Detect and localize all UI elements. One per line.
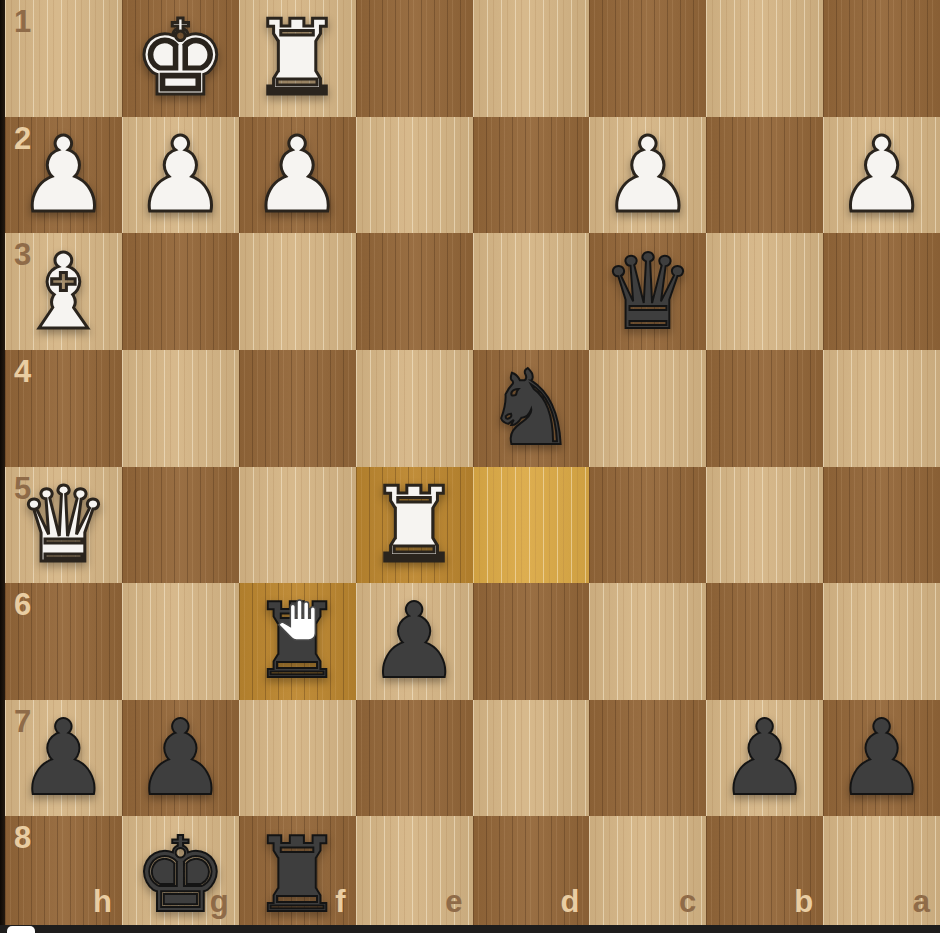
black-pawn[interactable]: ♟ <box>122 700 239 817</box>
square-h8[interactable]: 8h <box>5 816 122 933</box>
square-e1[interactable] <box>356 0 473 117</box>
square-d4[interactable]: ♞ <box>473 350 590 467</box>
file-label-c: c <box>679 884 696 920</box>
file-label-a: a <box>913 884 930 920</box>
square-h1[interactable]: 1 <box>5 0 122 117</box>
rank-label-6: 6 <box>14 587 31 623</box>
white-king[interactable]: ♚ <box>122 0 239 117</box>
square-c6[interactable] <box>589 583 706 700</box>
black-pawn[interactable]: ♟ <box>823 700 940 817</box>
square-a3[interactable] <box>823 233 940 350</box>
square-e7[interactable] <box>356 700 473 817</box>
square-a2[interactable]: ♟ <box>823 117 940 234</box>
square-d1[interactable] <box>473 0 590 117</box>
square-g3[interactable] <box>122 233 239 350</box>
square-d6[interactable] <box>473 583 590 700</box>
square-g1[interactable]: ♚ <box>122 0 239 117</box>
square-e8[interactable]: e <box>356 816 473 933</box>
square-h3[interactable]: 3♝ <box>5 233 122 350</box>
chess-board: 1♚♜2♟♟♟♟♟3♝♛4♞5♛♜6♜ ♟7♟♟♟♟8hg♚f♜edcba <box>5 0 940 933</box>
square-g8[interactable]: g♚ <box>122 816 239 933</box>
left-edge-strip <box>0 0 5 933</box>
file-label-d: d <box>560 884 579 920</box>
white-queen[interactable]: ♛ <box>5 467 122 584</box>
black-knight[interactable]: ♞ <box>473 350 590 467</box>
square-f5[interactable] <box>239 467 356 584</box>
square-e2[interactable] <box>356 117 473 234</box>
white-pawn[interactable]: ♟ <box>5 117 122 234</box>
square-a4[interactable] <box>823 350 940 467</box>
square-b8[interactable]: b <box>706 816 823 933</box>
square-a6[interactable] <box>823 583 940 700</box>
file-label-h: h <box>93 884 112 920</box>
square-f4[interactable] <box>239 350 356 467</box>
square-g7[interactable]: ♟ <box>122 700 239 817</box>
square-h5[interactable]: 5♛ <box>5 467 122 584</box>
rank-label-1: 1 <box>14 4 31 40</box>
square-c5[interactable] <box>589 467 706 584</box>
square-g2[interactable]: ♟ <box>122 117 239 234</box>
square-b2[interactable] <box>706 117 823 234</box>
square-e4[interactable] <box>356 350 473 467</box>
square-f3[interactable] <box>239 233 356 350</box>
square-b6[interactable] <box>706 583 823 700</box>
square-c8[interactable]: c <box>589 816 706 933</box>
square-c2[interactable]: ♟ <box>589 117 706 234</box>
rank-label-4: 4 <box>14 354 31 390</box>
square-d7[interactable] <box>473 700 590 817</box>
square-f2[interactable]: ♟ <box>239 117 356 234</box>
bottom-edge-strip <box>0 925 940 933</box>
square-h2[interactable]: 2♟ <box>5 117 122 234</box>
white-rook[interactable]: ♜ <box>356 467 473 584</box>
rank-label-8: 8 <box>14 820 31 856</box>
file-label-e: e <box>445 884 462 920</box>
square-h7[interactable]: 7♟ <box>5 700 122 817</box>
square-h4[interactable]: 4 <box>5 350 122 467</box>
square-d5[interactable] <box>473 467 590 584</box>
black-king[interactable]: ♚ <box>122 816 239 933</box>
white-pawn[interactable]: ♟ <box>122 117 239 234</box>
chess-app-window: 1♚♜2♟♟♟♟♟3♝♛4♞5♛♜6♜ ♟7♟♟♟♟8hg♚f♜edcba <box>0 0 940 933</box>
white-pawn[interactable]: ♟ <box>239 117 356 234</box>
white-bishop[interactable]: ♝ <box>5 233 122 350</box>
square-c7[interactable] <box>589 700 706 817</box>
black-rook[interactable]: ♜ <box>239 816 356 933</box>
square-f1[interactable]: ♜ <box>239 0 356 117</box>
square-b5[interactable] <box>706 467 823 584</box>
white-pawn[interactable]: ♟ <box>589 117 706 234</box>
square-a8[interactable]: a <box>823 816 940 933</box>
black-pawn[interactable]: ♟ <box>356 583 473 700</box>
square-b7[interactable]: ♟ <box>706 700 823 817</box>
black-queen[interactable]: ♛ <box>589 233 706 350</box>
square-d8[interactable]: d <box>473 816 590 933</box>
square-b4[interactable] <box>706 350 823 467</box>
file-label-b: b <box>794 884 813 920</box>
square-g4[interactable] <box>122 350 239 467</box>
black-pawn[interactable]: ♟ <box>706 700 823 817</box>
square-c1[interactable] <box>589 0 706 117</box>
bottom-left-ui-fragment <box>7 926 35 933</box>
square-f6[interactable]: ♜ <box>239 583 356 700</box>
square-e3[interactable] <box>356 233 473 350</box>
square-b3[interactable] <box>706 233 823 350</box>
black-pawn[interactable]: ♟ <box>5 700 122 817</box>
square-f8[interactable]: f♜ <box>239 816 356 933</box>
square-f7[interactable] <box>239 700 356 817</box>
square-g5[interactable] <box>122 467 239 584</box>
square-c3[interactable]: ♛ <box>589 233 706 350</box>
square-e5[interactable]: ♜ <box>356 467 473 584</box>
white-rook[interactable]: ♜ <box>239 0 356 117</box>
square-g6[interactable] <box>122 583 239 700</box>
square-a5[interactable] <box>823 467 940 584</box>
square-d2[interactable] <box>473 117 590 234</box>
square-a1[interactable] <box>823 0 940 117</box>
square-c4[interactable] <box>589 350 706 467</box>
black-rook[interactable]: ♜ <box>239 583 356 700</box>
square-d3[interactable] <box>473 233 590 350</box>
square-b1[interactable] <box>706 0 823 117</box>
square-h6[interactable]: 6 <box>5 583 122 700</box>
square-e6[interactable]: ♟ <box>356 583 473 700</box>
square-a7[interactable]: ♟ <box>823 700 940 817</box>
white-pawn[interactable]: ♟ <box>823 117 940 234</box>
